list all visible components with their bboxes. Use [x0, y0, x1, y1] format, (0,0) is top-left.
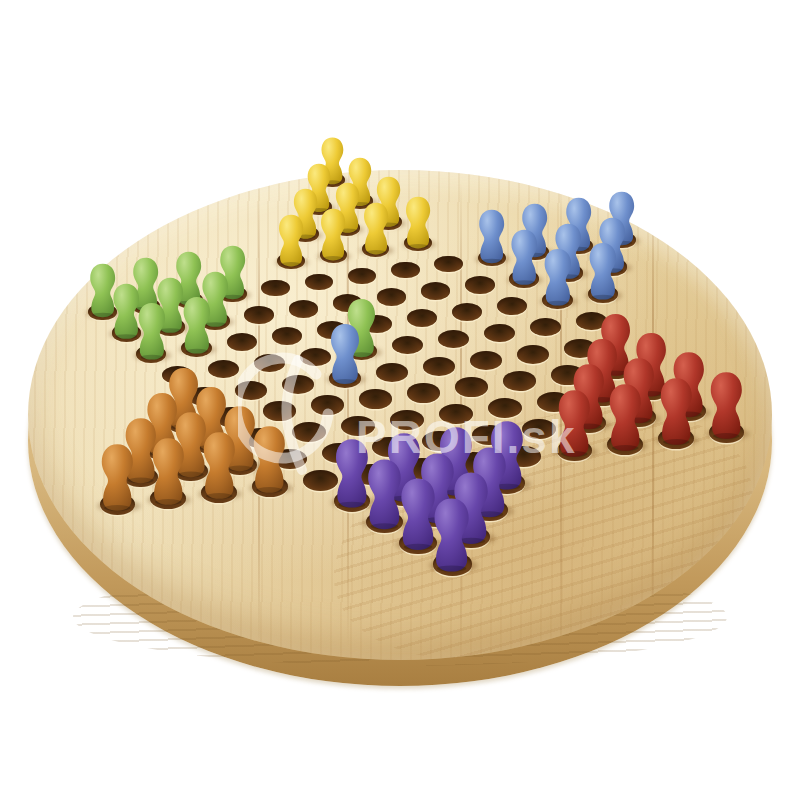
peg-yellow[interactable] — [273, 213, 309, 268]
peg-blue[interactable] — [538, 247, 578, 308]
peg-red[interactable] — [703, 370, 750, 441]
peg-red[interactable] — [551, 388, 598, 459]
peg-yellow[interactable] — [315, 207, 351, 262]
chinese-checkers-product-photo: PROFI.sk — [0, 0, 800, 800]
peg-blue[interactable] — [324, 322, 366, 386]
peg-yellow[interactable] — [400, 195, 436, 250]
peg-green[interactable] — [132, 301, 172, 362]
peg-red[interactable] — [653, 376, 700, 447]
peg-purple[interactable] — [426, 496, 477, 574]
peg-orange[interactable] — [94, 442, 141, 513]
peg-red[interactable] — [602, 382, 649, 453]
peg-orange[interactable] — [246, 424, 293, 495]
wood-seam — [460, 170, 462, 660]
peg-orange[interactable] — [196, 430, 243, 501]
peg-blue[interactable] — [583, 241, 623, 302]
peg-yellow[interactable] — [358, 201, 394, 256]
peg-green[interactable] — [177, 295, 217, 356]
peg-orange[interactable] — [145, 436, 192, 507]
